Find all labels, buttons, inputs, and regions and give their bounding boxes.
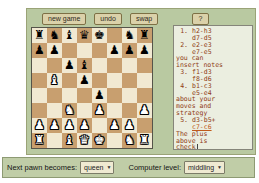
black-pawn: ♟ [64, 58, 75, 73]
toolbar: new game undo swap ? [27, 12, 255, 26]
options-bar: Next pawn becomes: queen ▼ Computer leve… [2, 157, 255, 178]
square-g3[interactable] [122, 103, 137, 118]
white-queen: ♛ [79, 133, 90, 148]
square-b5[interactable]: ♝ [47, 73, 62, 88]
square-c1[interactable]: ♝ [62, 133, 77, 148]
square-f2[interactable]: ♟ [107, 118, 122, 133]
black-bishop: ♝ [64, 28, 75, 43]
move-line: 2.e2-e3 [176, 42, 251, 49]
chevron-down-icon: ▼ [107, 165, 112, 170]
black-bishop: ♝ [79, 58, 90, 73]
square-a3[interactable] [32, 103, 47, 118]
square-e3[interactable]: ♟ [92, 103, 107, 118]
white-pawn: ♟ [124, 118, 135, 133]
square-e4[interactable]: ♟ [92, 88, 107, 103]
square-g2[interactable]: ♟ [122, 118, 137, 133]
square-a7[interactable]: ♟ [32, 43, 47, 58]
move-number: 4. [176, 83, 188, 90]
square-g6[interactable] [122, 58, 137, 73]
square-g5[interactable] [122, 73, 137, 88]
black-knight: ♞ [124, 28, 135, 43]
square-e5[interactable] [92, 73, 107, 88]
black-pawn: ♟ [49, 43, 60, 58]
chess-board[interactable]: ♜♞♝♛♚♞♜♟♟♟♟♟♟♝♝♟♟♞♟♟♟♟♟♟♟♟♜♝♛♚♞♜ [31, 27, 153, 149]
move-line: 4.b1-c3 [176, 83, 251, 90]
square-g7[interactable]: ♟ [122, 43, 137, 58]
square-f7[interactable]: ♟ [107, 43, 122, 58]
white-rook: ♜ [34, 133, 45, 148]
square-h4[interactable] [137, 88, 152, 103]
swap-button[interactable]: swap [130, 13, 158, 25]
square-h5[interactable] [137, 73, 152, 88]
square-a6[interactable] [32, 58, 47, 73]
square-e1[interactable]: ♚ [92, 133, 107, 148]
square-f8[interactable] [107, 28, 122, 43]
white-pawn: ♟ [34, 118, 45, 133]
square-c2[interactable]: ♟ [62, 118, 77, 133]
black-pawn: ♟ [124, 43, 135, 58]
move-number: 2. [176, 42, 188, 49]
square-a1[interactable]: ♜ [32, 133, 47, 148]
square-d4[interactable] [77, 88, 92, 103]
white-knight: ♞ [124, 133, 135, 148]
black-pawn: ♟ [94, 88, 105, 103]
square-d7[interactable] [77, 43, 92, 58]
undo-button[interactable]: undo [94, 13, 122, 25]
square-e7[interactable] [92, 43, 107, 58]
square-g1[interactable]: ♞ [122, 133, 137, 148]
white-pawn: ♟ [64, 118, 75, 133]
square-f6[interactable] [107, 58, 122, 73]
note-text: check [176, 144, 196, 150]
promotion-value: queen [84, 164, 103, 171]
square-e6[interactable] [92, 58, 107, 73]
level-select[interactable]: middling ▼ [184, 161, 225, 174]
chevron-down-icon: ▼ [217, 165, 222, 170]
square-h6[interactable] [137, 58, 152, 73]
square-h7[interactable]: ♟ [137, 43, 152, 58]
new-game-button[interactable]: new game [42, 13, 86, 25]
square-d5[interactable]: ♟ [77, 73, 92, 88]
square-b7[interactable]: ♟ [47, 43, 62, 58]
square-c3[interactable]: ♞ [62, 103, 77, 118]
square-e2[interactable] [92, 118, 107, 133]
black-pawn: ♟ [139, 43, 150, 58]
black-rook: ♜ [139, 28, 150, 43]
note-line: check [176, 144, 251, 150]
white-knight: ♞ [64, 103, 75, 118]
square-b6[interactable] [47, 58, 62, 73]
black-pawn: ♟ [109, 43, 120, 58]
square-d6[interactable]: ♝ [77, 58, 92, 73]
level-value: middling [188, 164, 214, 171]
white-bishop: ♝ [49, 73, 60, 88]
square-c8[interactable]: ♝ [62, 28, 77, 43]
black-pawn: ♟ [34, 43, 45, 58]
text-cursor [197, 144, 198, 150]
white-bishop: ♝ [64, 133, 75, 148]
square-a2[interactable]: ♟ [32, 118, 47, 133]
help-button[interactable]: ? [192, 13, 209, 25]
square-d1[interactable]: ♛ [77, 133, 92, 148]
promotion-label: Next pawn becomes: [7, 163, 77, 172]
square-a8[interactable]: ♜ [32, 28, 47, 43]
square-c6[interactable]: ♟ [62, 58, 77, 73]
square-b3[interactable] [47, 103, 62, 118]
square-f3[interactable] [107, 103, 122, 118]
square-a5[interactable] [32, 73, 47, 88]
chess-app-panel: new game undo swap ? ♜♞♝♛♚♞♜♟♟♟♟♟♟♝♝♟♟♞♟… [26, 8, 256, 155]
white-pawn: ♟ [49, 118, 60, 133]
square-e8[interactable]: ♚ [92, 28, 107, 43]
white-rook: ♜ [139, 133, 150, 148]
square-h1[interactable]: ♜ [137, 133, 152, 148]
move-number: 1. [176, 28, 188, 35]
square-h3[interactable]: ♟ [137, 103, 152, 118]
square-h8[interactable]: ♜ [137, 28, 152, 43]
white-pawn: ♟ [139, 103, 150, 118]
square-b2[interactable]: ♟ [47, 118, 62, 133]
move-line: 3.f1-d3 [176, 69, 251, 76]
square-c4[interactable] [62, 88, 77, 103]
white-king: ♚ [94, 133, 105, 148]
move-number: 5. [176, 117, 188, 124]
move-notes-textarea[interactable]: 1.h2-h3d7-d52.e2-e3e7-e5you caninsert no… [173, 25, 253, 150]
square-h2[interactable] [137, 118, 152, 133]
square-d2[interactable]: ♟ [77, 118, 92, 133]
black-knight: ♞ [49, 28, 60, 43]
square-b1[interactable] [47, 133, 62, 148]
square-d8[interactable]: ♛ [77, 28, 92, 43]
square-f5[interactable] [107, 73, 122, 88]
square-c7[interactable] [62, 43, 77, 58]
promotion-select[interactable]: queen ▼ [80, 161, 114, 174]
square-f1[interactable] [107, 133, 122, 148]
black-queen: ♛ [79, 28, 90, 43]
square-c5[interactable] [62, 73, 77, 88]
square-a4[interactable] [32, 88, 47, 103]
black-pawn: ♟ [79, 73, 90, 88]
move-line: 5.d3-b5+ [176, 117, 251, 124]
white-pawn: ♟ [79, 118, 90, 133]
move-line: 1.h2-h3 [176, 28, 251, 35]
white-pawn: ♟ [109, 118, 120, 133]
square-b4[interactable] [47, 88, 62, 103]
square-f4[interactable] [107, 88, 122, 103]
square-d3[interactable] [77, 103, 92, 118]
black-rook: ♜ [34, 28, 45, 43]
move-number: 3. [176, 69, 188, 76]
square-b8[interactable]: ♞ [47, 28, 62, 43]
level-label: Computer level: [128, 163, 181, 172]
black-king: ♚ [94, 28, 105, 43]
square-g8[interactable]: ♞ [122, 28, 137, 43]
white-pawn: ♟ [94, 103, 105, 118]
square-g4[interactable] [122, 88, 137, 103]
